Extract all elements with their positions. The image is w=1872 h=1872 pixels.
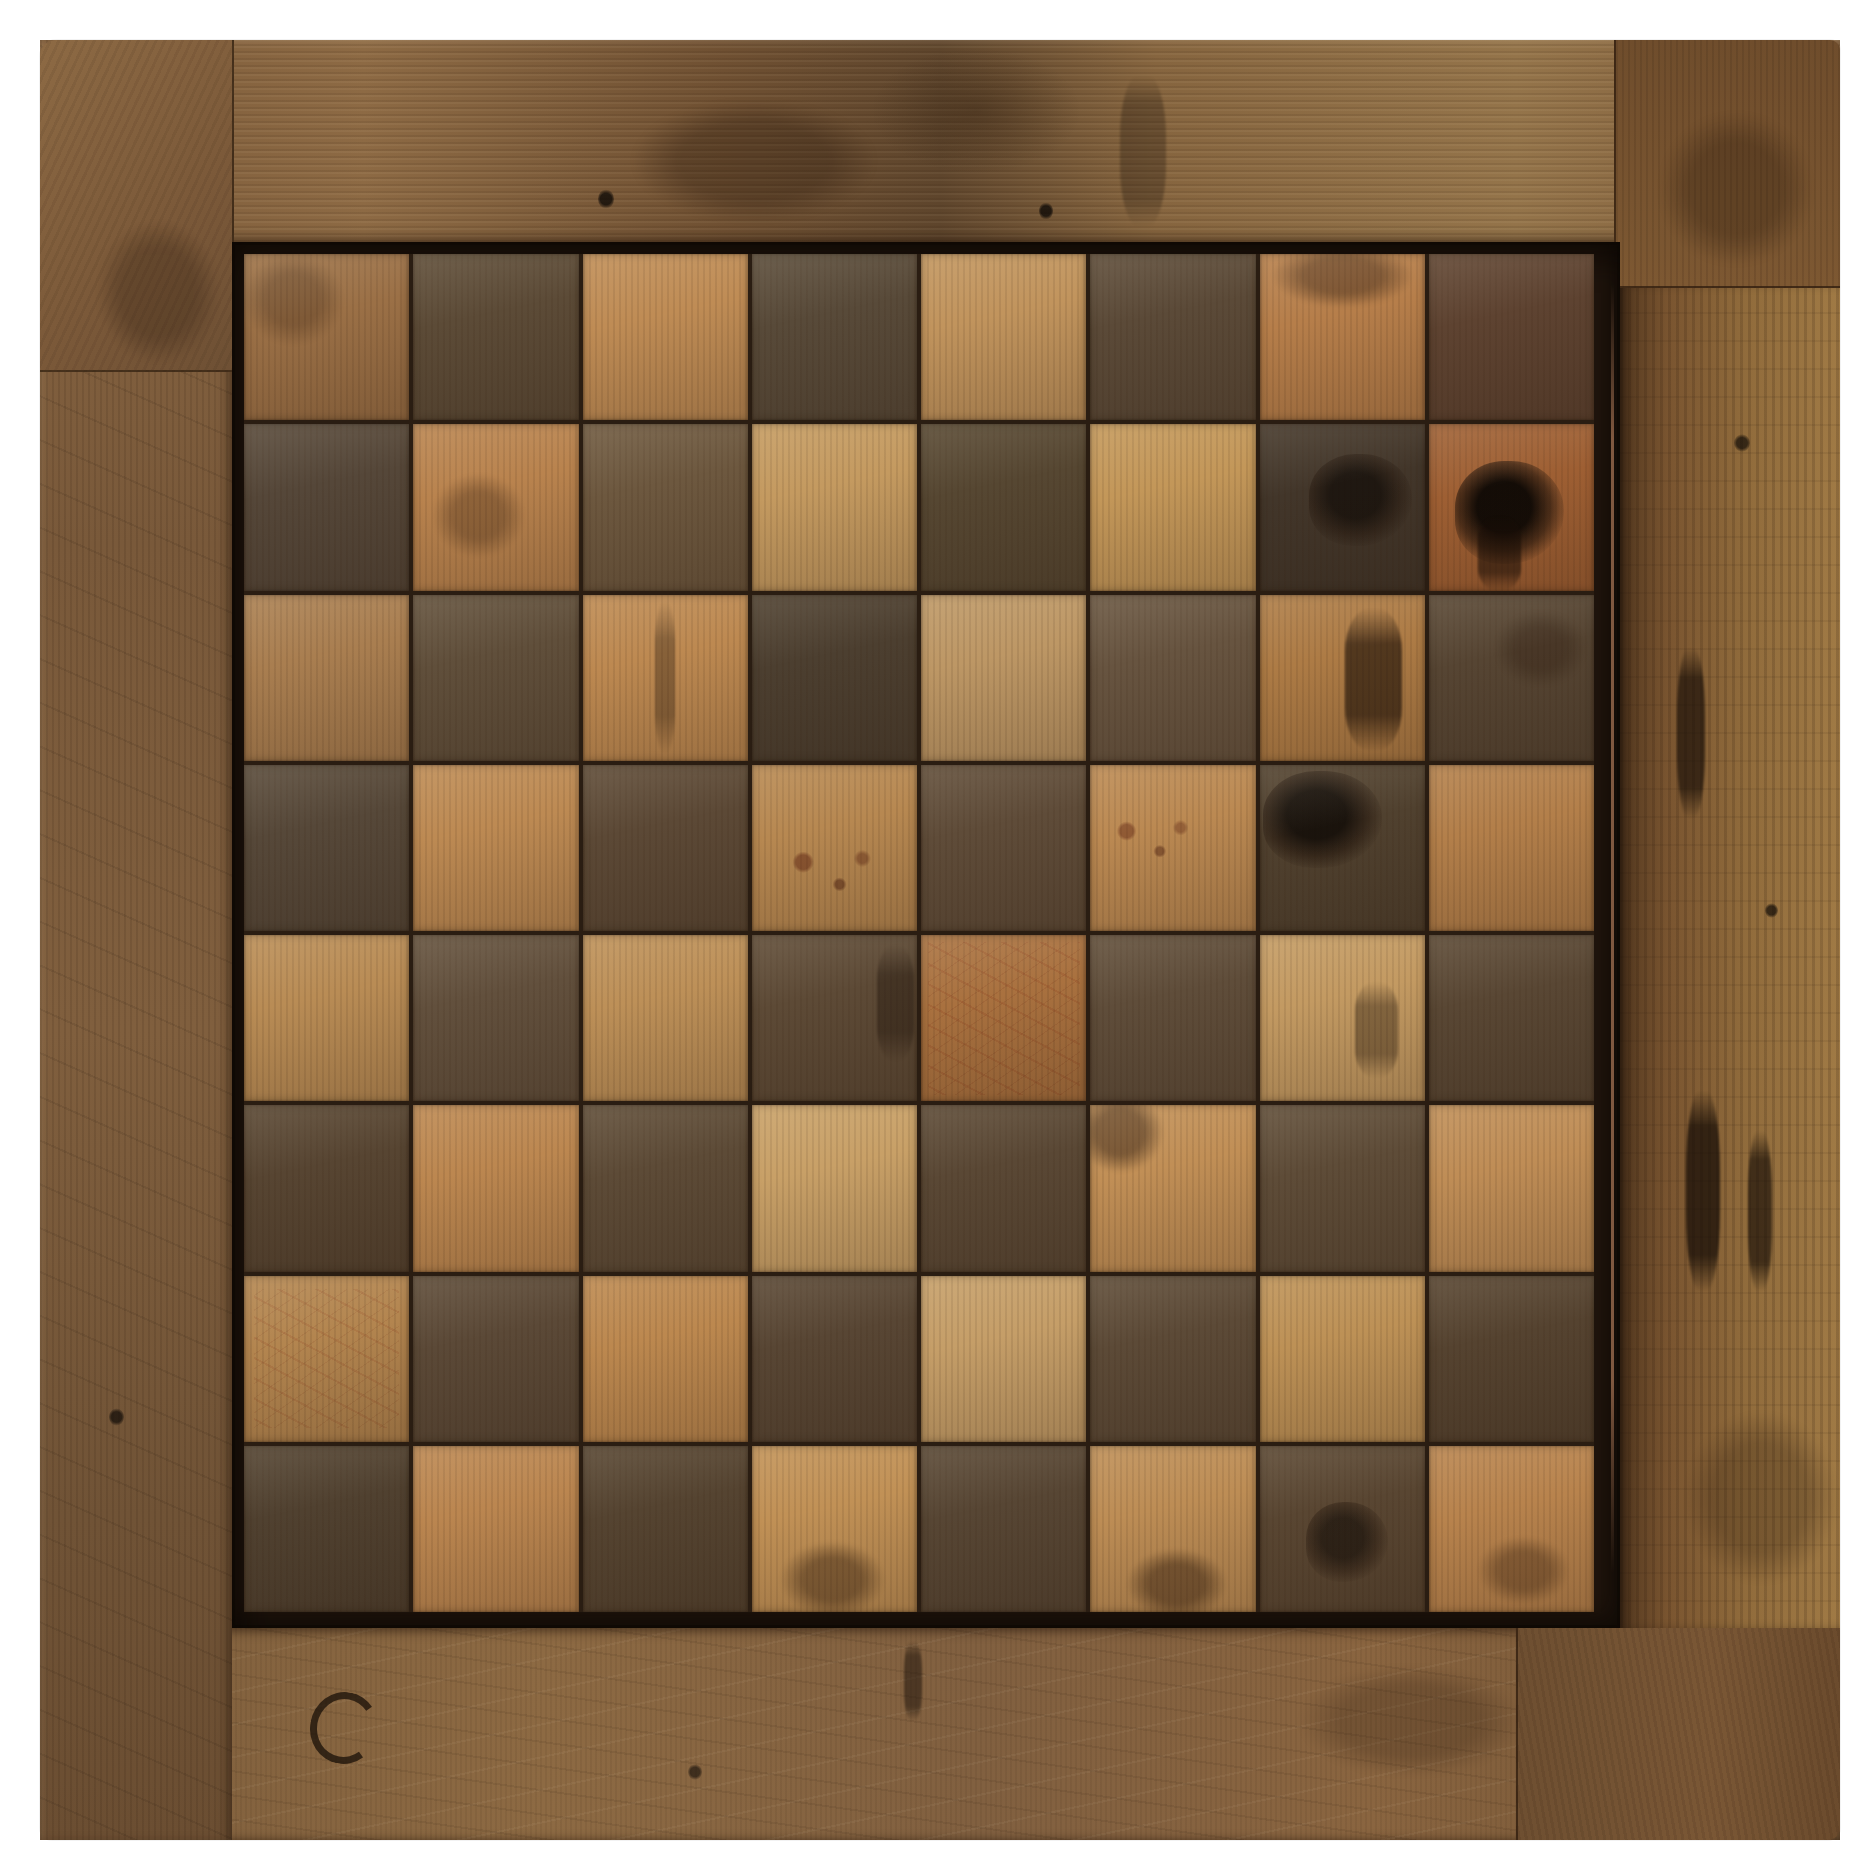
- square-a3[interactable]: [244, 1105, 409, 1271]
- square-h7[interactable]: [1429, 424, 1594, 590]
- square-d1[interactable]: [752, 1446, 917, 1612]
- square-b8[interactable]: [413, 254, 578, 420]
- square-h8[interactable]: [1429, 254, 1594, 420]
- mark-pit: [1039, 202, 1053, 220]
- mark-patch: [1686, 1413, 1836, 1583]
- mark-streak: [1677, 648, 1705, 818]
- mark-streak: [904, 1641, 922, 1721]
- stain-smear: [1355, 982, 1398, 1078]
- mark-pit: [688, 1764, 702, 1780]
- stain-blot: [1263, 771, 1382, 867]
- square-e1[interactable]: [921, 1446, 1086, 1612]
- square-e2[interactable]: [921, 1276, 1086, 1442]
- mark-blob: [171, 976, 209, 1028]
- stain-speckle: [785, 840, 876, 915]
- square-e7[interactable]: [921, 424, 1086, 590]
- mark-blob: [190, 688, 220, 728]
- square-f6[interactable]: [1090, 595, 1255, 761]
- mark-streak: [1120, 76, 1166, 226]
- stain-smudge: [1090, 1105, 1163, 1172]
- square-c1[interactable]: [583, 1446, 748, 1612]
- square-d4[interactable]: [752, 935, 917, 1101]
- square-f7[interactable]: [1090, 424, 1255, 590]
- square-d2[interactable]: [752, 1276, 917, 1442]
- square-e3[interactable]: [921, 1105, 1086, 1271]
- square-d6[interactable]: [752, 595, 917, 761]
- square-a2[interactable]: [244, 1276, 409, 1442]
- mark-pit: [598, 189, 614, 209]
- stain-smudge: [1273, 254, 1412, 307]
- square-a1[interactable]: [244, 1446, 409, 1612]
- square-h4[interactable]: [1429, 935, 1594, 1101]
- square-c5[interactable]: [583, 765, 748, 931]
- photo-canvas: [0, 0, 1872, 1872]
- mark-pit: [109, 1408, 124, 1426]
- mark-patch: [1661, 114, 1811, 264]
- square-a4[interactable]: [244, 935, 409, 1101]
- square-g3[interactable]: [1260, 1105, 1425, 1271]
- checker-grid: [244, 254, 1594, 1612]
- mark-streak: [1748, 1131, 1772, 1291]
- square-b3[interactable]: [413, 1105, 578, 1271]
- mark-pit: [1765, 903, 1778, 918]
- square-b2[interactable]: [413, 1276, 578, 1442]
- square-h1[interactable]: [1429, 1446, 1594, 1612]
- square-g6[interactable]: [1260, 595, 1425, 761]
- square-d5[interactable]: [752, 765, 917, 931]
- stain-smudge: [781, 1542, 883, 1612]
- stain-speckle: [1110, 811, 1193, 878]
- square-d7[interactable]: [752, 424, 917, 590]
- square-a6[interactable]: [244, 595, 409, 761]
- square-a5[interactable]: [244, 765, 409, 931]
- stain-smear: [1345, 608, 1401, 751]
- stain-smudge: [244, 254, 343, 345]
- square-c7[interactable]: [583, 424, 748, 590]
- frame-top-rail: [40, 40, 1840, 242]
- square-g5[interactable]: [1260, 765, 1425, 931]
- square-g1[interactable]: [1260, 1446, 1425, 1612]
- mark-blob: [1066, 1738, 1108, 1788]
- square-f8[interactable]: [1090, 254, 1255, 420]
- square-g7[interactable]: [1260, 424, 1425, 590]
- mark-patch: [98, 222, 218, 362]
- square-b4[interactable]: [413, 935, 578, 1101]
- square-d3[interactable]: [752, 1105, 917, 1271]
- square-f2[interactable]: [1090, 1276, 1255, 1442]
- square-d8[interactable]: [752, 254, 917, 420]
- mark-blob: [182, 1210, 212, 1252]
- square-b5[interactable]: [413, 765, 578, 931]
- square-a8[interactable]: [244, 254, 409, 420]
- square-g2[interactable]: [1260, 1276, 1425, 1442]
- square-a7[interactable]: [244, 424, 409, 590]
- game-board: [40, 40, 1840, 1840]
- square-c2[interactable]: [583, 1276, 748, 1442]
- square-f4[interactable]: [1090, 935, 1255, 1101]
- frame-corner-top-left: [40, 40, 234, 372]
- square-c8[interactable]: [583, 254, 748, 420]
- stain-smudge: [1127, 1549, 1226, 1612]
- mark-patch: [634, 101, 874, 221]
- square-c6[interactable]: [583, 595, 748, 761]
- stain-blot: [1306, 1502, 1389, 1582]
- frame-corner-bottom-right: [1516, 1628, 1840, 1840]
- square-b1[interactable]: [413, 1446, 578, 1612]
- stain-blot: [1309, 454, 1411, 545]
- stain-smear: [1478, 516, 1521, 591]
- square-h3[interactable]: [1429, 1105, 1594, 1271]
- mark-blob: [163, 508, 205, 566]
- mark-pit: [1734, 434, 1750, 452]
- frame-right-stile: [1620, 286, 1840, 1628]
- square-e6[interactable]: [921, 595, 1086, 761]
- stain-smear: [877, 945, 913, 1061]
- stain-scratches: [254, 1289, 399, 1429]
- square-b7[interactable]: [413, 424, 578, 590]
- board-recess: [232, 242, 1620, 1628]
- stain-smudge: [1478, 1537, 1569, 1604]
- square-g4[interactable]: [1260, 935, 1425, 1101]
- mark-curl: [304, 1686, 383, 1769]
- stain-scratches: [928, 942, 1080, 1095]
- square-c4[interactable]: [583, 935, 748, 1101]
- square-h2[interactable]: [1429, 1276, 1594, 1442]
- square-f1[interactable]: [1090, 1446, 1255, 1612]
- stain-blot: [1455, 461, 1564, 564]
- stain-smudge: [433, 474, 524, 557]
- mark-blob: [967, 80, 997, 116]
- square-h5[interactable]: [1429, 765, 1594, 931]
- square-f3[interactable]: [1090, 1105, 1255, 1271]
- frame-corner-top-right: [1614, 40, 1840, 288]
- stain-smudge: [1495, 611, 1586, 686]
- mark-streak: [1686, 1091, 1720, 1291]
- stain-smear: [655, 601, 675, 754]
- square-c3[interactable]: [583, 1105, 748, 1271]
- square-e4[interactable]: [921, 935, 1086, 1101]
- mark-blob: [1708, 568, 1736, 602]
- square-b6[interactable]: [413, 595, 578, 761]
- square-e8[interactable]: [921, 254, 1086, 420]
- square-g8[interactable]: [1260, 254, 1425, 420]
- square-f5[interactable]: [1090, 765, 1255, 931]
- square-h6[interactable]: [1429, 595, 1594, 761]
- square-e5[interactable]: [921, 765, 1086, 931]
- mark-patch: [1300, 1666, 1520, 1776]
